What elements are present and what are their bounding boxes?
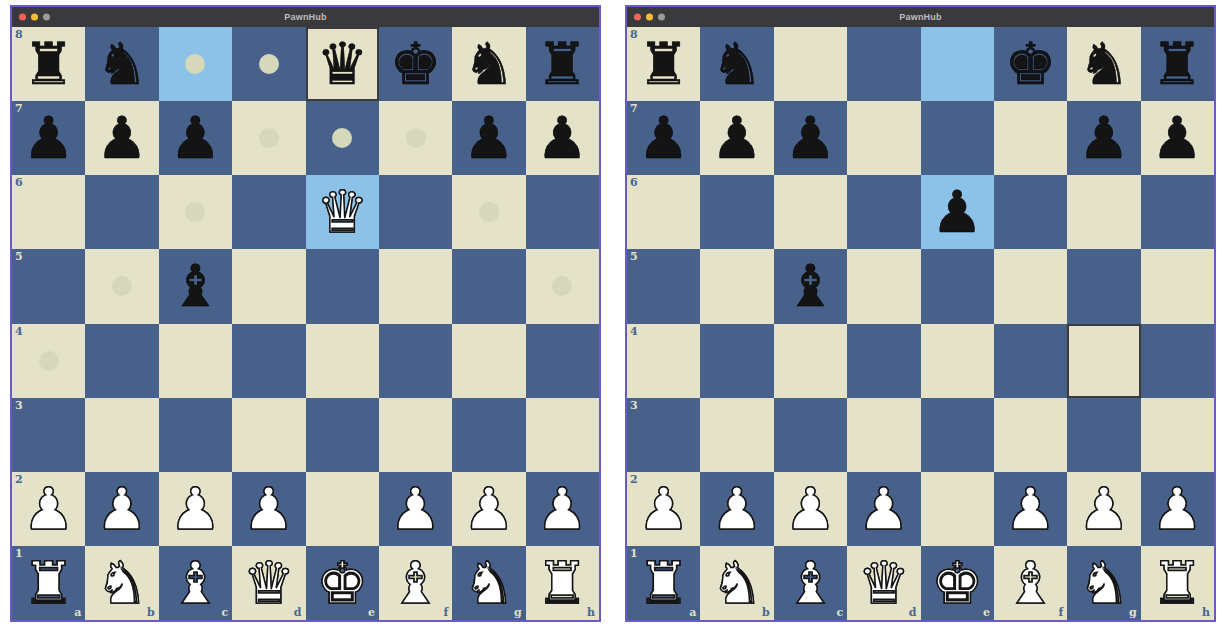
white-pawn-c2[interactable]: ♟ (169, 480, 221, 538)
white-pawn-d2[interactable]: ♟ (243, 480, 295, 538)
square-g8[interactable]: ♞ (1067, 27, 1140, 101)
white-bishop-c1[interactable]: ♝ (169, 554, 221, 612)
square-b7[interactable]: ♟ (700, 101, 773, 175)
titlebar[interactable]: PawnHub (627, 7, 1214, 27)
chessboard-left: 8♜♞♛♚♞♜7♟♟♟♟♟6♛5♝432♟♟♟♟♟♟♟1a♜b♞c♝d♛e♚f♝… (12, 27, 599, 620)
square-d6[interactable] (232, 175, 305, 249)
square-a5[interactable]: 5 (12, 249, 85, 323)
black-pawn-g7[interactable]: ♟ (1078, 109, 1130, 167)
window-title: PawnHub (284, 13, 326, 22)
black-king-f8[interactable]: ♚ (1005, 35, 1057, 93)
square-g5[interactable] (452, 249, 525, 323)
rank-label-1: 1 (15, 548, 23, 559)
file-label-g: g (1129, 607, 1137, 618)
white-pawn-h2[interactable]: ♟ (1151, 480, 1203, 538)
square-c1[interactable]: c♝ (774, 546, 847, 620)
square-a3[interactable]: 3 (627, 398, 700, 472)
square-f6[interactable] (994, 175, 1067, 249)
square-e6[interactable]: ♛ (306, 175, 379, 249)
square-f6[interactable] (379, 175, 452, 249)
square-e8[interactable] (921, 27, 994, 101)
square-b5[interactable] (85, 249, 158, 323)
black-rook-h8[interactable]: ♜ (536, 35, 588, 93)
white-knight-g1[interactable]: ♞ (463, 554, 515, 612)
square-a6[interactable]: 6 (12, 175, 85, 249)
square-c5[interactable]: ♝ (774, 249, 847, 323)
rank-label-3: 3 (630, 400, 638, 411)
white-knight-b1[interactable]: ♞ (711, 554, 763, 612)
square-e3[interactable] (306, 398, 379, 472)
move-hint-dot (185, 202, 205, 222)
square-h4[interactable] (1141, 324, 1214, 398)
square-d2[interactable]: ♟ (232, 472, 305, 546)
rank-label-3: 3 (15, 400, 23, 411)
black-bishop-c5[interactable]: ♝ (784, 257, 836, 315)
square-c8[interactable] (159, 27, 232, 101)
close-button[interactable] (19, 14, 26, 21)
move-hint-dot (332, 128, 352, 148)
square-f8[interactable]: ♚ (379, 27, 452, 101)
white-rook-h1[interactable]: ♜ (1151, 554, 1203, 612)
white-rook-a1[interactable]: ♜ (23, 554, 75, 612)
file-label-h: h (587, 607, 595, 618)
white-pawn-h2[interactable]: ♟ (536, 480, 588, 538)
white-knight-g1[interactable]: ♞ (1078, 554, 1130, 612)
move-hint-dot (259, 128, 279, 148)
square-h8[interactable]: ♜ (526, 27, 599, 101)
square-b6[interactable] (85, 175, 158, 249)
white-pawn-a2[interactable]: ♟ (23, 480, 75, 538)
square-f8[interactable]: ♚ (994, 27, 1067, 101)
white-pawn-d2[interactable]: ♟ (858, 480, 910, 538)
square-g4[interactable] (1067, 324, 1140, 398)
white-king-e1[interactable]: ♚ (316, 554, 368, 612)
traffic-lights (634, 14, 665, 21)
white-bishop-f1[interactable]: ♝ (1005, 554, 1057, 612)
rank-label-7: 7 (630, 103, 638, 114)
black-rook-h8[interactable]: ♜ (1151, 35, 1203, 93)
square-h2[interactable]: ♟ (1141, 472, 1214, 546)
rank-label-2: 2 (630, 474, 638, 485)
square-f2[interactable]: ♟ (379, 472, 452, 546)
move-hint-dot (112, 276, 132, 296)
square-d7[interactable] (847, 101, 920, 175)
move-hint-dot (406, 128, 426, 148)
square-c2[interactable]: ♟ (159, 472, 232, 546)
traffic-lights (19, 14, 50, 21)
white-king-e1[interactable]: ♚ (931, 554, 983, 612)
square-c8[interactable] (774, 27, 847, 101)
zoom-button[interactable] (658, 14, 665, 21)
square-a1[interactable]: 1a♜ (627, 546, 700, 620)
square-c7[interactable]: ♟ (774, 101, 847, 175)
square-g7[interactable]: ♟ (1067, 101, 1140, 175)
white-queen-d1[interactable]: ♛ (858, 554, 910, 612)
black-king-f8[interactable]: ♚ (390, 35, 442, 93)
square-a8[interactable]: 8♜ (627, 27, 700, 101)
square-d8[interactable] (847, 27, 920, 101)
file-label-b: b (762, 607, 770, 618)
file-label-a: a (74, 607, 81, 618)
square-f3[interactable] (379, 398, 452, 472)
square-g6[interactable] (1067, 175, 1140, 249)
black-bishop-c5[interactable]: ♝ (169, 257, 221, 315)
square-g3[interactable] (1067, 398, 1140, 472)
rank-label-6: 6 (15, 177, 23, 188)
rank-label-5: 5 (630, 251, 638, 262)
square-a4[interactable]: 4 (12, 324, 85, 398)
square-f4[interactable] (994, 324, 1067, 398)
square-h3[interactable] (1141, 398, 1214, 472)
square-f2[interactable]: ♟ (994, 472, 1067, 546)
square-e5[interactable] (306, 249, 379, 323)
square-f1[interactable]: f♝ (379, 546, 452, 620)
white-queen-d1[interactable]: ♛ (243, 554, 295, 612)
square-e4[interactable] (306, 324, 379, 398)
black-pawn-b7[interactable]: ♟ (711, 109, 763, 167)
square-e2[interactable] (921, 472, 994, 546)
file-label-d: d (909, 607, 917, 618)
square-b8[interactable]: ♞ (700, 27, 773, 101)
square-a7[interactable]: 7♟ (627, 101, 700, 175)
square-c1[interactable]: c♝ (159, 546, 232, 620)
square-e7[interactable] (306, 101, 379, 175)
square-d3[interactable] (847, 398, 920, 472)
square-a1[interactable]: 1a♜ (12, 546, 85, 620)
rank-label-7: 7 (15, 103, 23, 114)
square-e2[interactable] (306, 472, 379, 546)
square-g7[interactable]: ♟ (452, 101, 525, 175)
chessboard-right: 8♜♞♚♞♜7♟♟♟♟♟6♟5♝432♟♟♟♟♟♟♟1a♜b♞c♝d♛e♚f♝g… (627, 27, 1214, 620)
move-hint-dot (259, 54, 279, 74)
square-b7[interactable]: ♟ (85, 101, 158, 175)
white-pawn-f2[interactable]: ♟ (390, 480, 442, 538)
window-right: PawnHub 8♜♞♚♞♜7♟♟♟♟♟6♟5♝432♟♟♟♟♟♟♟1a♜b♞c… (625, 5, 1216, 622)
black-pawn-g7[interactable]: ♟ (463, 109, 515, 167)
square-e1[interactable]: e♚ (921, 546, 994, 620)
black-pawn-h7[interactable]: ♟ (536, 109, 588, 167)
titlebar[interactable]: PawnHub (12, 7, 599, 27)
square-d7[interactable] (232, 101, 305, 175)
square-b2[interactable]: ♟ (85, 472, 158, 546)
square-g6[interactable] (452, 175, 525, 249)
square-h8[interactable]: ♜ (1141, 27, 1214, 101)
black-pawn-h7[interactable]: ♟ (1151, 109, 1203, 167)
square-c5[interactable]: ♝ (159, 249, 232, 323)
square-d5[interactable] (232, 249, 305, 323)
square-c4[interactable] (159, 324, 232, 398)
square-c6[interactable] (774, 175, 847, 249)
rank-label-8: 8 (630, 29, 638, 40)
square-b4[interactable] (85, 324, 158, 398)
white-pawn-g2[interactable]: ♟ (1078, 480, 1130, 538)
black-knight-g8[interactable]: ♞ (463, 35, 515, 93)
square-f5[interactable] (379, 249, 452, 323)
square-f7[interactable] (994, 101, 1067, 175)
square-g1[interactable]: g♞ (452, 546, 525, 620)
white-bishop-c1[interactable]: ♝ (784, 554, 836, 612)
black-rook-a8[interactable]: ♜ (638, 35, 690, 93)
rank-label-2: 2 (15, 474, 23, 485)
file-label-c: c (836, 607, 843, 618)
square-b1[interactable]: b♞ (700, 546, 773, 620)
square-g4[interactable] (452, 324, 525, 398)
file-label-e: e (983, 607, 990, 618)
square-g1[interactable]: g♞ (1067, 546, 1140, 620)
square-g2[interactable]: ♟ (452, 472, 525, 546)
square-b2[interactable]: ♟ (700, 472, 773, 546)
square-a2[interactable]: 2♟ (627, 472, 700, 546)
square-b5[interactable] (700, 249, 773, 323)
white-pawn-f2[interactable]: ♟ (1005, 480, 1057, 538)
black-pawn-a7[interactable]: ♟ (23, 109, 75, 167)
square-h6[interactable] (526, 175, 599, 249)
file-label-e: e (368, 607, 375, 618)
square-a2[interactable]: 2♟ (12, 472, 85, 546)
square-a7[interactable]: 7♟ (12, 101, 85, 175)
rank-label-4: 4 (630, 326, 638, 337)
black-queen-e8[interactable]: ♛ (316, 35, 368, 93)
black-knight-b8[interactable]: ♞ (96, 35, 148, 93)
close-button[interactable] (634, 14, 641, 21)
file-label-c: c (221, 607, 228, 618)
window-title: PawnHub (899, 13, 941, 22)
square-d6[interactable] (847, 175, 920, 249)
square-b3[interactable] (85, 398, 158, 472)
square-g8[interactable]: ♞ (452, 27, 525, 101)
white-bishop-f1[interactable]: ♝ (390, 554, 442, 612)
square-c4[interactable] (774, 324, 847, 398)
move-hint-dot (479, 202, 499, 222)
black-pawn-c7[interactable]: ♟ (784, 109, 836, 167)
move-hint-dot (185, 54, 205, 74)
minimize-button[interactable] (31, 14, 38, 21)
file-label-b: b (147, 607, 155, 618)
zoom-button[interactable] (43, 14, 50, 21)
window-left: PawnHub 8♜♞♛♚♞♜7♟♟♟♟♟6♛5♝432♟♟♟♟♟♟♟1a♜b♞… (10, 5, 601, 622)
square-f7[interactable] (379, 101, 452, 175)
square-h3[interactable] (526, 398, 599, 472)
file-label-h: h (1202, 607, 1210, 618)
move-hint-dot (39, 351, 59, 371)
white-rook-h1[interactable]: ♜ (536, 554, 588, 612)
square-h4[interactable] (526, 324, 599, 398)
white-queen-e6[interactable]: ♛ (316, 183, 368, 241)
rank-label-6: 6 (630, 177, 638, 188)
square-d4[interactable] (232, 324, 305, 398)
square-h1[interactable]: h♜ (526, 546, 599, 620)
file-label-f: f (444, 607, 449, 618)
black-rook-a8[interactable]: ♜ (23, 35, 75, 93)
square-b6[interactable] (700, 175, 773, 249)
square-e1[interactable]: e♚ (306, 546, 379, 620)
square-f5[interactable] (994, 249, 1067, 323)
white-pawn-c2[interactable]: ♟ (784, 480, 836, 538)
square-a5[interactable]: 5 (627, 249, 700, 323)
square-h7[interactable]: ♟ (526, 101, 599, 175)
file-label-d: d (294, 607, 302, 618)
black-knight-g8[interactable]: ♞ (1078, 35, 1130, 93)
white-pawn-a2[interactable]: ♟ (638, 480, 690, 538)
white-pawn-b2[interactable]: ♟ (711, 480, 763, 538)
square-h6[interactable] (1141, 175, 1214, 249)
black-pawn-c7[interactable]: ♟ (169, 109, 221, 167)
square-d1[interactable]: d♛ (847, 546, 920, 620)
white-pawn-g2[interactable]: ♟ (463, 480, 515, 538)
square-g5[interactable] (1067, 249, 1140, 323)
square-d5[interactable] (847, 249, 920, 323)
square-b8[interactable]: ♞ (85, 27, 158, 101)
square-a4[interactable]: 4 (627, 324, 700, 398)
square-d1[interactable]: d♛ (232, 546, 305, 620)
minimize-button[interactable] (646, 14, 653, 21)
black-pawn-a7[interactable]: ♟ (638, 109, 690, 167)
square-d2[interactable]: ♟ (847, 472, 920, 546)
square-f1[interactable]: f♝ (994, 546, 1067, 620)
white-pawn-b2[interactable]: ♟ (96, 480, 148, 538)
square-e8-selected[interactable]: ♛ (306, 27, 379, 101)
file-label-g: g (514, 607, 522, 618)
move-hint-dot (552, 276, 572, 296)
square-c3[interactable] (159, 398, 232, 472)
square-h5[interactable] (526, 249, 599, 323)
square-a8[interactable]: 8♜ (12, 27, 85, 101)
rank-label-8: 8 (15, 29, 23, 40)
rank-label-5: 5 (15, 251, 23, 262)
square-e6[interactable]: ♟ (921, 175, 994, 249)
square-h1[interactable]: h♜ (1141, 546, 1214, 620)
white-rook-a1[interactable]: ♜ (638, 554, 690, 612)
square-e3[interactable] (921, 398, 994, 472)
square-h7[interactable]: ♟ (1141, 101, 1214, 175)
square-b4[interactable] (700, 324, 773, 398)
square-c6[interactable] (159, 175, 232, 249)
square-d3[interactable] (232, 398, 305, 472)
square-a3[interactable]: 3 (12, 398, 85, 472)
square-e7[interactable] (921, 101, 994, 175)
square-d4[interactable] (847, 324, 920, 398)
rank-label-4: 4 (15, 326, 23, 337)
black-knight-b8[interactable]: ♞ (711, 35, 763, 93)
square-a6[interactable]: 6 (627, 175, 700, 249)
square-e4[interactable] (921, 324, 994, 398)
square-f4[interactable] (379, 324, 452, 398)
white-knight-b1[interactable]: ♞ (96, 554, 148, 612)
square-h2[interactable]: ♟ (526, 472, 599, 546)
square-c7[interactable]: ♟ (159, 101, 232, 175)
rank-label-1: 1 (630, 548, 638, 559)
square-f3[interactable] (994, 398, 1067, 472)
square-e5[interactable] (921, 249, 994, 323)
square-c2[interactable]: ♟ (774, 472, 847, 546)
square-g3[interactable] (452, 398, 525, 472)
square-b3[interactable] (700, 398, 773, 472)
square-c3[interactable] (774, 398, 847, 472)
square-g2[interactable]: ♟ (1067, 472, 1140, 546)
file-label-f: f (1059, 607, 1064, 618)
file-label-a: a (689, 607, 696, 618)
square-h5[interactable] (1141, 249, 1214, 323)
black-pawn-e6[interactable]: ♟ (931, 183, 983, 241)
square-d8[interactable] (232, 27, 305, 101)
black-pawn-b7[interactable]: ♟ (96, 109, 148, 167)
square-b1[interactable]: b♞ (85, 546, 158, 620)
